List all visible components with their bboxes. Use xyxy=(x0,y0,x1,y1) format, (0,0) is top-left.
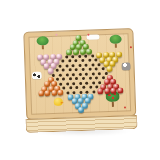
hole-empty[interactable] xyxy=(95,77,98,80)
hole-empty[interactable] xyxy=(65,64,68,67)
hole-empty[interactable] xyxy=(95,68,98,71)
hole-empty[interactable] xyxy=(72,82,75,85)
peg-orange[interactable] xyxy=(38,91,44,97)
hole-empty[interactable] xyxy=(82,68,85,71)
hole-empty[interactable] xyxy=(81,59,84,62)
hole-empty[interactable] xyxy=(84,54,87,57)
hole-empty[interactable] xyxy=(55,69,58,72)
hole-empty[interactable] xyxy=(58,64,61,67)
hole-empty[interactable] xyxy=(101,67,104,70)
hole-empty[interactable] xyxy=(62,69,65,72)
peg-orange[interactable] xyxy=(58,90,64,96)
hole-empty[interactable] xyxy=(78,55,81,58)
hole-empty[interactable] xyxy=(75,59,78,62)
peg-green[interactable] xyxy=(73,49,79,55)
hole-empty[interactable] xyxy=(88,68,91,71)
hole-empty[interactable] xyxy=(78,73,81,76)
hole-empty[interactable] xyxy=(75,77,78,80)
gray-animal-decoration xyxy=(121,62,130,70)
hole-empty[interactable] xyxy=(69,78,72,81)
hole-empty[interactable] xyxy=(78,64,81,67)
hole-empty[interactable] xyxy=(91,54,94,57)
painted-decorations xyxy=(24,29,132,33)
hole-empty[interactable] xyxy=(92,72,95,75)
peg-yellow[interactable] xyxy=(106,66,112,72)
hole-empty[interactable] xyxy=(62,78,65,81)
hole-empty[interactable] xyxy=(82,77,85,80)
hole-empty[interactable] xyxy=(69,87,72,90)
hole-empty[interactable] xyxy=(62,60,65,63)
hole-empty[interactable] xyxy=(92,90,95,93)
dot-decoration xyxy=(130,46,132,48)
peg-orange[interactable] xyxy=(45,90,51,96)
hole-empty[interactable] xyxy=(72,73,75,76)
hole-empty[interactable] xyxy=(79,91,82,94)
peg-red[interactable] xyxy=(97,88,103,94)
hole-empty[interactable] xyxy=(85,72,88,75)
peg-green[interactable] xyxy=(86,48,92,54)
hole-empty[interactable] xyxy=(79,82,82,85)
hole-empty[interactable] xyxy=(92,81,95,84)
hole-empty[interactable] xyxy=(94,59,97,62)
hole-empty[interactable] xyxy=(85,81,88,84)
hole-empty[interactable] xyxy=(75,68,78,71)
peg-red[interactable] xyxy=(117,88,123,94)
hole-empty[interactable] xyxy=(89,86,92,89)
board-tray xyxy=(23,28,136,120)
photo-background xyxy=(0,0,160,160)
hole-empty[interactable] xyxy=(66,82,69,85)
hole-empty[interactable] xyxy=(68,69,71,72)
hole-empty[interactable] xyxy=(59,73,62,76)
hole-empty[interactable] xyxy=(91,63,94,66)
hole-empty[interactable] xyxy=(85,63,88,66)
hole-empty[interactable] xyxy=(65,73,68,76)
hole-empty[interactable] xyxy=(82,86,85,89)
hole-empty[interactable] xyxy=(71,55,74,58)
hole-empty[interactable] xyxy=(98,63,101,66)
hole-empty[interactable] xyxy=(52,74,55,77)
hole-empty[interactable] xyxy=(88,59,91,62)
peg-orange[interactable] xyxy=(51,90,57,96)
peg-pink[interactable] xyxy=(47,68,53,74)
hole-empty[interactable] xyxy=(89,77,92,80)
chinese-checkers-board xyxy=(38,35,123,114)
game-box xyxy=(23,28,136,131)
hole-empty[interactable] xyxy=(65,55,68,58)
hole-empty[interactable] xyxy=(76,86,79,89)
peg-green[interactable] xyxy=(79,49,85,55)
peg-red[interactable] xyxy=(104,88,110,94)
hole-empty[interactable] xyxy=(59,82,62,85)
peg-red[interactable] xyxy=(111,88,117,94)
dot-decoration xyxy=(55,34,57,36)
hole-empty[interactable] xyxy=(98,72,101,75)
peg-blue[interactable] xyxy=(78,107,84,113)
hole-empty[interactable] xyxy=(68,60,71,63)
hole-empty[interactable] xyxy=(72,64,75,67)
hole-empty[interactable] xyxy=(62,87,65,90)
dot-decoration xyxy=(124,106,126,108)
